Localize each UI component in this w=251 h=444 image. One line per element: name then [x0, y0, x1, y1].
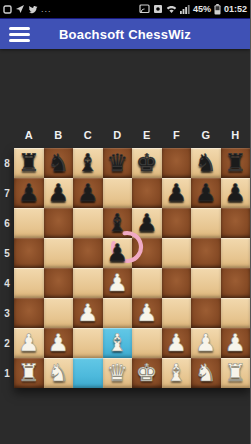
square-a2[interactable]: ♟: [14, 328, 44, 358]
piece-white-pawn[interactable]: ♟: [221, 328, 251, 358]
piece-black-bishop[interactable]: ♝: [103, 208, 133, 238]
square-e4[interactable]: [132, 268, 162, 298]
piece-white-knight[interactable]: ♞: [191, 358, 221, 388]
square-f5[interactable]: [162, 238, 192, 268]
square-c2[interactable]: [73, 328, 103, 358]
square-d6[interactable]: ♝: [103, 208, 133, 238]
cast-icon: [139, 4, 150, 14]
square-g1[interactable]: ♞: [191, 358, 221, 388]
chess-board[interactable]: ♜♞♝♛♚♞♜♟♟♟♟♟♟♝♟♟♟♟♟♟♟♝♟♟♟♜♞♛♚♝♞♜: [14, 148, 250, 388]
square-h5[interactable]: [221, 238, 251, 268]
square-a1[interactable]: ♜: [14, 358, 44, 388]
rank-label-2: 2: [0, 328, 14, 358]
piece-black-pawn[interactable]: ♟: [73, 178, 103, 208]
square-g2[interactable]: ♟: [191, 328, 221, 358]
piece-black-pawn[interactable]: ♟: [191, 178, 221, 208]
square-e1[interactable]: ♚: [132, 358, 162, 388]
square-b6[interactable]: [44, 208, 74, 238]
square-e8[interactable]: ♚: [132, 148, 162, 178]
square-d8[interactable]: ♛: [103, 148, 133, 178]
square-b1[interactable]: ♞: [44, 358, 74, 388]
square-f2[interactable]: ♟: [162, 328, 192, 358]
square-g4[interactable]: [191, 268, 221, 298]
piece-white-bishop[interactable]: ♝: [103, 328, 133, 358]
rank-label-3: 3: [0, 298, 14, 328]
file-label-E: E: [132, 129, 162, 141]
square-f1[interactable]: ♝: [162, 358, 192, 388]
phone-screen: ... 45% 01:52 Boachsoft Che: [0, 0, 250, 444]
piece-white-pawn[interactable]: ♟: [73, 298, 103, 328]
piece-black-knight[interactable]: ♞: [191, 148, 221, 178]
notification-app-icon: [3, 5, 12, 14]
square-g5[interactable]: [191, 238, 221, 268]
square-h4[interactable]: [221, 268, 251, 298]
rank-label-4: 4: [0, 268, 14, 298]
more-notifications-icon: ...: [41, 0, 52, 19]
square-f4[interactable]: [162, 268, 192, 298]
piece-black-pawn[interactable]: ♟: [44, 178, 74, 208]
file-label-G: G: [191, 129, 221, 141]
piece-black-rook[interactable]: ♜: [14, 148, 44, 178]
square-a5[interactable]: [14, 238, 44, 268]
square-b8[interactable]: ♞: [44, 148, 74, 178]
square-b3[interactable]: [44, 298, 74, 328]
piece-black-knight[interactable]: ♞: [44, 148, 74, 178]
piece-black-pawn[interactable]: ♟: [221, 178, 251, 208]
wifi-icon: [166, 5, 177, 14]
square-g7[interactable]: ♟: [191, 178, 221, 208]
rank-label-8: 8: [0, 148, 14, 178]
square-e5[interactable]: [132, 238, 162, 268]
square-b4[interactable]: [44, 268, 74, 298]
piece-black-pawn[interactable]: ♟: [132, 208, 162, 238]
square-c4[interactable]: [73, 268, 103, 298]
square-g6[interactable]: [191, 208, 221, 238]
piece-black-bishop[interactable]: ♝: [73, 148, 103, 178]
square-e2[interactable]: [132, 328, 162, 358]
twitter-bird-icon: [28, 5, 38, 14]
send-icon: [15, 4, 25, 14]
piece-white-pawn[interactable]: ♟: [132, 298, 162, 328]
piece-white-pawn[interactable]: ♟: [44, 328, 74, 358]
piece-white-pawn[interactable]: ♟: [191, 328, 221, 358]
piece-black-pawn[interactable]: ♟: [14, 178, 44, 208]
piece-black-rook[interactable]: ♜: [221, 148, 251, 178]
square-d7[interactable]: [103, 178, 133, 208]
square-h7[interactable]: ♟: [221, 178, 251, 208]
square-f7[interactable]: ♟: [162, 178, 192, 208]
square-h8[interactable]: ♜: [221, 148, 251, 178]
square-b7[interactable]: ♟: [44, 178, 74, 208]
square-e6[interactable]: ♟: [132, 208, 162, 238]
battery-icon: [214, 4, 221, 15]
rank-label-5: 5: [0, 238, 14, 268]
square-h3[interactable]: [221, 298, 251, 328]
square-a6[interactable]: [14, 208, 44, 238]
file-label-A: A: [14, 129, 44, 141]
piece-white-knight[interactable]: ♞: [44, 358, 74, 388]
piece-white-pawn[interactable]: ♟: [14, 328, 44, 358]
rank-label-1: 1: [0, 358, 14, 388]
clock: 01:52: [224, 0, 247, 19]
square-h2[interactable]: ♟: [221, 328, 251, 358]
square-a4[interactable]: [14, 268, 44, 298]
rank-label-7: 7: [0, 178, 14, 208]
piece-white-king[interactable]: ♚: [132, 358, 162, 388]
square-c5[interactable]: [73, 238, 103, 268]
square-f8[interactable]: [162, 148, 192, 178]
piece-white-pawn[interactable]: ♟: [162, 328, 192, 358]
app-title: Boachsoft ChessWiz: [0, 27, 250, 42]
status-bar: ... 45% 01:52: [0, 0, 250, 19]
piece-white-queen[interactable]: ♛: [103, 358, 133, 388]
app-bar: Boachsoft ChessWiz: [0, 19, 250, 49]
square-g8[interactable]: ♞: [191, 148, 221, 178]
square-a8[interactable]: ♜: [14, 148, 44, 178]
file-label-H: H: [221, 129, 251, 141]
square-f6[interactable]: [162, 208, 192, 238]
piece-black-pawn[interactable]: ♟: [162, 178, 192, 208]
square-g3[interactable]: [191, 298, 221, 328]
square-f3[interactable]: [162, 298, 192, 328]
piece-white-rook[interactable]: ♜: [14, 358, 44, 388]
piece-white-bishop[interactable]: ♝: [162, 358, 192, 388]
square-c3[interactable]: ♟: [73, 298, 103, 328]
square-d4[interactable]: ♟: [103, 268, 133, 298]
rank-label-6: 6: [0, 208, 14, 238]
piece-white-pawn[interactable]: ♟: [103, 268, 133, 298]
piece-white-rook[interactable]: ♜: [221, 358, 251, 388]
square-c7[interactable]: ♟: [73, 178, 103, 208]
status-bar-notifications: ...: [3, 0, 52, 19]
square-a3[interactable]: [14, 298, 44, 328]
piece-black-queen[interactable]: ♛: [103, 148, 133, 178]
square-c6[interactable]: [73, 208, 103, 238]
square-h1[interactable]: ♜: [221, 358, 251, 388]
piece-black-king[interactable]: ♚: [132, 148, 162, 178]
hamburger-menu-icon[interactable]: [9, 27, 30, 42]
square-b5[interactable]: [44, 238, 74, 268]
square-d5[interactable]: ♟: [103, 238, 133, 268]
square-h6[interactable]: [221, 208, 251, 238]
signal-bars-icon: [180, 4, 190, 14]
file-label-B: B: [44, 129, 74, 141]
square-d2[interactable]: ♝: [103, 328, 133, 358]
square-d3[interactable]: [103, 298, 133, 328]
square-c1[interactable]: [73, 358, 103, 388]
square-e3[interactable]: ♟: [132, 298, 162, 328]
piece-black-pawn[interactable]: ♟: [103, 238, 133, 268]
status-bar-system: 45% 01:52: [139, 0, 247, 19]
file-label-F: F: [162, 129, 192, 141]
battery-percent: 45%: [193, 0, 211, 19]
square-b2[interactable]: ♟: [44, 328, 74, 358]
square-a7[interactable]: ♟: [14, 178, 44, 208]
file-label-D: D: [103, 129, 133, 141]
file-label-C: C: [73, 129, 103, 141]
rank-labels: 87654321: [0, 148, 14, 388]
file-labels: ABCDEFGH: [14, 126, 250, 144]
square-c8[interactable]: ♝: [73, 148, 103, 178]
square-d1[interactable]: ♛: [103, 358, 133, 388]
screenshot-icon: [153, 4, 163, 14]
square-e7[interactable]: [132, 178, 162, 208]
board-area: ABCDEFGH 87654321 ♜♞♝♛♚♞♜♟♟♟♟♟♟♝♟♟♟♟♟♟♟♝…: [0, 49, 250, 388]
